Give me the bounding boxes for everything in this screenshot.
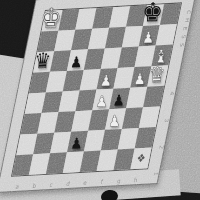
photo-stage: a b c d e f g h ♚♚♟♛♟♝♟♟♛♟♟♟♟❖ abcdefgh … [0, 0, 200, 200]
file-label-c: c [42, 181, 60, 188]
brand-letter: C [184, 10, 192, 14]
square-h7[interactable] [156, 24, 177, 46]
rank-label-3: 3 [164, 118, 170, 122]
file-label-g: g [110, 177, 128, 184]
file-label-h: h [127, 176, 145, 183]
file-label-e: e [76, 179, 94, 186]
brand-letter: S [177, 43, 185, 47]
piece-black-pawn-f4[interactable]: ♟ [112, 94, 125, 108]
board-grid: ♚♚♟♛♟♝♟♟♛♟♟♟♟❖ [11, 2, 182, 177]
rank-label-1: 1 [153, 172, 159, 176]
brand-letter: S [179, 35, 187, 39]
rank-label-2: 2 [158, 145, 164, 149]
square-h2[interactable] [135, 127, 156, 149]
brand-letter: E [181, 27, 189, 31]
brand-logo-icon: ❖ [135, 152, 146, 164]
file-label-b: b [25, 182, 43, 189]
piece-white-pawn-e4[interactable]: ♟ [95, 95, 108, 109]
brand-letter: H [182, 18, 190, 23]
piece-black-pawn-c6[interactable]: ♟ [70, 56, 83, 70]
piece-white-pawn-g5[interactable]: ♟ [133, 72, 146, 86]
file-label-a: a [8, 183, 26, 190]
piece-white-queen-h5[interactable]: ♛ [148, 66, 166, 86]
square-h1[interactable]: ❖ [130, 148, 151, 170]
file-label-d: d [59, 180, 77, 187]
square-h3[interactable] [139, 106, 160, 128]
piece-white-pawn-f3[interactable]: ♟ [108, 114, 121, 128]
rank-label-4: 4 [169, 91, 175, 95]
square-h8[interactable] [160, 3, 181, 25]
square-h5[interactable]: ♛ [147, 65, 168, 87]
piece-black-queen-a6[interactable]: ♛ [33, 52, 51, 72]
file-label-f: f [93, 178, 111, 185]
square-h4[interactable] [143, 86, 164, 108]
piece-white-pawn-g7[interactable]: ♟ [141, 31, 154, 45]
piece-black-pawn-d2[interactable]: ♟ [70, 137, 83, 151]
piece-white-pawn-e5[interactable]: ♟ [99, 74, 112, 88]
